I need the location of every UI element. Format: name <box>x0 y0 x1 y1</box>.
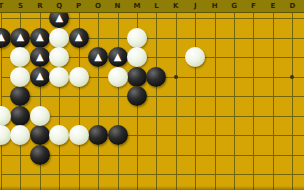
stone-black-T18[interactable]: ▲ <box>0 28 11 48</box>
go-app-screen: TSRQPONMLKJHGFED ▲▲▲▲▲▲▲▲▲ <box>0 0 304 190</box>
stone-black-N13[interactable] <box>108 125 128 145</box>
triangle-marker: ▲ <box>94 52 102 62</box>
grid-line-v-O <box>98 12 99 190</box>
column-label-H: H <box>212 0 218 12</box>
column-label-P: P <box>76 0 81 12</box>
grid-line-v-F <box>253 12 254 190</box>
stone-white-M18[interactable] <box>127 28 147 48</box>
column-label-L: L <box>154 0 158 12</box>
stone-white-S13[interactable] <box>10 125 30 145</box>
column-label-F: F <box>251 0 256 12</box>
triangle-marker: ▲ <box>55 13 63 23</box>
stone-black-R12[interactable] <box>30 145 50 165</box>
column-label-J: J <box>194 0 197 12</box>
column-label-T: T <box>0 0 3 12</box>
grid-line-h-15 <box>1 96 304 97</box>
triangle-marker: ▲ <box>114 52 122 62</box>
column-label-R: R <box>37 0 42 12</box>
stone-white-Q17[interactable] <box>49 47 69 67</box>
grid-line-v-J <box>195 12 196 190</box>
stone-white-P13[interactable] <box>69 125 89 145</box>
stone-black-R13[interactable] <box>30 125 50 145</box>
stone-white-P16[interactable] <box>69 67 89 87</box>
grid-line-v-H <box>215 12 216 190</box>
column-label-O: O <box>95 0 101 12</box>
stone-black-R16[interactable]: ▲ <box>30 67 50 87</box>
stone-black-L16[interactable] <box>146 67 166 87</box>
stone-white-Q13[interactable] <box>49 125 69 145</box>
stone-white-M17[interactable] <box>127 47 147 67</box>
triangle-marker: ▲ <box>17 32 25 42</box>
stone-black-S15[interactable] <box>10 86 30 106</box>
stone-white-J17[interactable] <box>185 47 205 67</box>
go-board[interactable]: ▲▲▲▲▲▲▲▲▲ <box>0 0 304 190</box>
grid-line-h-19 <box>1 18 304 19</box>
column-label-E: E <box>270 0 275 12</box>
stone-black-S18[interactable]: ▲ <box>10 28 30 48</box>
stone-black-O13[interactable] <box>88 125 108 145</box>
grid-line-v-N <box>118 12 119 190</box>
stone-black-S14[interactable] <box>10 106 30 126</box>
stone-white-T13[interactable] <box>0 125 11 145</box>
triangle-marker: ▲ <box>36 32 44 42</box>
stone-black-R18[interactable]: ▲ <box>30 28 50 48</box>
stone-black-M16[interactable] <box>127 67 147 87</box>
grid-line-v-D <box>292 12 293 190</box>
stone-black-N17[interactable]: ▲ <box>108 47 128 67</box>
grid-line-v-G <box>234 12 235 190</box>
coordinate-bar: TSRQPONMLKJHGFED <box>0 0 304 13</box>
stone-white-R14[interactable] <box>30 106 50 126</box>
grid-line-h-11 <box>1 174 304 175</box>
stone-black-R17[interactable]: ▲ <box>30 47 50 67</box>
triangle-marker: ▲ <box>36 71 44 81</box>
stone-black-M15[interactable] <box>127 86 147 106</box>
column-label-G: G <box>231 0 237 12</box>
column-label-S: S <box>18 0 23 12</box>
column-label-M: M <box>133 0 140 12</box>
column-label-Q: Q <box>56 0 62 12</box>
stone-white-S17[interactable] <box>10 47 30 67</box>
stone-black-O17[interactable]: ▲ <box>88 47 108 67</box>
stone-black-P18[interactable]: ▲ <box>69 28 89 48</box>
triangle-marker: ▲ <box>0 32 5 42</box>
column-label-D: D <box>289 0 295 12</box>
star-point-D16 <box>290 75 294 79</box>
grid-line-v-L <box>156 12 157 190</box>
stone-white-T14[interactable] <box>0 106 11 126</box>
stone-white-S16[interactable] <box>10 67 30 87</box>
grid-line-v-E <box>273 12 274 190</box>
grid-line-v-K <box>176 12 177 190</box>
triangle-marker: ▲ <box>75 32 83 42</box>
stone-white-Q18[interactable] <box>49 28 69 48</box>
star-point-K16 <box>174 75 178 79</box>
column-label-K: K <box>173 0 178 12</box>
stone-white-Q16[interactable] <box>49 67 69 87</box>
stone-white-N16[interactable] <box>108 67 128 87</box>
triangle-marker: ▲ <box>36 52 44 62</box>
column-label-N: N <box>115 0 121 12</box>
